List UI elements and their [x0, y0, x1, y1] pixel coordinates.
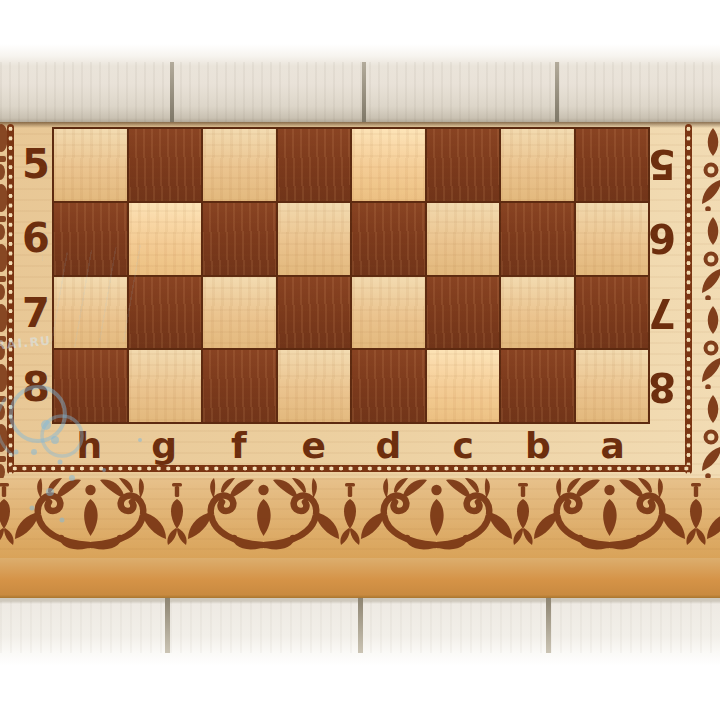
square-g5 — [129, 129, 202, 201]
rank-label-right-5: 5 — [646, 127, 678, 201]
square-b7 — [501, 277, 574, 349]
square-h7 — [54, 277, 127, 349]
square-f8 — [203, 350, 276, 422]
square-a7 — [576, 277, 649, 349]
square-f7 — [203, 277, 276, 349]
wall-grain — [0, 62, 720, 122]
file-label-a: a — [575, 424, 650, 466]
square-e6 — [278, 203, 351, 275]
dotted-border-right — [685, 124, 692, 474]
table-plank-seam — [358, 598, 363, 653]
dotted-border-left — [7, 124, 14, 474]
chess-box: 5678 5678 hgfedcba — [0, 122, 720, 598]
file-label-b: b — [501, 424, 576, 466]
rank-label-left-7: 7 — [20, 276, 52, 350]
square-a6 — [576, 203, 649, 275]
file-label-h: h — [52, 424, 127, 466]
chessboard-squares — [52, 127, 650, 424]
square-b8 — [501, 350, 574, 422]
square-b6 — [501, 203, 574, 275]
square-a8 — [576, 350, 649, 422]
square-g8 — [129, 350, 202, 422]
rank-labels-right: 5678 — [646, 127, 678, 424]
square-d6 — [352, 203, 425, 275]
square-e8 — [278, 350, 351, 422]
square-c6 — [427, 203, 500, 275]
square-f5 — [203, 129, 276, 201]
square-e5 — [278, 129, 351, 201]
file-label-e: e — [276, 424, 351, 466]
rank-label-right-6: 6 — [646, 201, 678, 275]
photo-scene: 5678 5678 hgfedcba — [0, 0, 720, 720]
square-f6 — [203, 203, 276, 275]
box-bottom-edge: W.IGRRAI.RU — [0, 558, 720, 598]
file-labels: hgfedcba — [52, 424, 650, 466]
square-b5 — [501, 129, 574, 201]
square-c5 — [427, 129, 500, 201]
square-g7 — [129, 277, 202, 349]
rank-label-right-8: 8 — [646, 350, 678, 424]
table-plank-seam — [546, 598, 551, 653]
wall-plank-seam — [362, 62, 366, 122]
square-c7 — [427, 277, 500, 349]
square-e7 — [278, 277, 351, 349]
right-ornament-strip — [694, 122, 720, 478]
square-h8 — [54, 350, 127, 422]
rank-label-right-7: 7 — [646, 276, 678, 350]
square-g6 — [129, 203, 202, 275]
square-d8 — [352, 350, 425, 422]
table-plank-seam — [165, 598, 170, 653]
square-h6 — [54, 203, 127, 275]
wall-plank-seam — [555, 62, 559, 122]
file-label-g: g — [127, 424, 202, 466]
square-c8 — [427, 350, 500, 422]
ornament-band-pattern — [0, 478, 720, 558]
board-face: 5678 5678 hgfedcba — [0, 122, 720, 478]
background-wall-planks — [0, 0, 720, 122]
square-h5 — [54, 129, 127, 201]
rank-label-left-5: 5 — [20, 127, 52, 201]
rank-label-left-6: 6 — [20, 201, 52, 275]
rank-labels-left: 5678 — [20, 127, 52, 424]
foreground-table-planks — [0, 598, 720, 720]
dotted-border-bottom — [10, 465, 692, 472]
square-d7 — [352, 277, 425, 349]
rank-label-left-8: 8 — [20, 350, 52, 424]
wall-plank-seam — [170, 62, 174, 122]
file-label-d: d — [351, 424, 426, 466]
file-label-f: f — [202, 424, 277, 466]
square-d5 — [352, 129, 425, 201]
square-a5 — [576, 129, 649, 201]
file-label-c: c — [426, 424, 501, 466]
ornament-band — [0, 478, 720, 558]
